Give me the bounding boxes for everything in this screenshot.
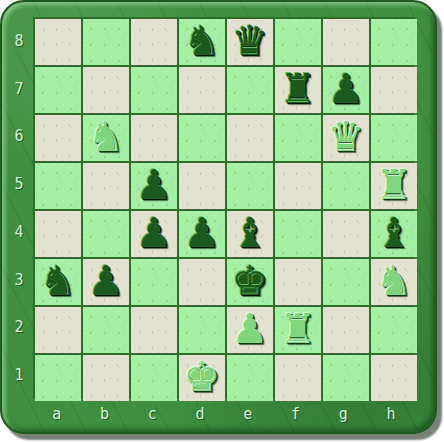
- piece-black-knight[interactable]: ♞: [40, 258, 77, 304]
- square-e5[interactable]: [227, 163, 273, 209]
- square-d6[interactable]: [179, 115, 225, 161]
- square-a4[interactable]: [35, 211, 81, 257]
- square-c2[interactable]: [131, 307, 177, 353]
- board-frame: 87654321 ♞♛♜♟♞♛♟♜♟♟♝♝♞♟♚♞♟♜♚ abcdefgh: [0, 0, 437, 434]
- square-c7[interactable]: [131, 67, 177, 113]
- piece-white-knight[interactable]: ♞: [88, 114, 125, 160]
- square-h7[interactable]: [371, 67, 417, 113]
- square-f5[interactable]: [275, 163, 321, 209]
- square-h1[interactable]: [371, 355, 417, 401]
- rank-label-6: 6: [5, 113, 33, 161]
- square-b6[interactable]: ♞: [83, 115, 129, 161]
- square-e1[interactable]: [227, 355, 273, 401]
- square-f7[interactable]: ♜: [275, 67, 321, 113]
- piece-white-pawn[interactable]: ♟: [232, 306, 269, 352]
- square-b4[interactable]: [83, 211, 129, 257]
- piece-black-pawn[interactable]: ♟: [136, 210, 173, 256]
- square-f6[interactable]: [275, 115, 321, 161]
- square-e3[interactable]: ♚: [227, 259, 273, 305]
- file-label-h: h: [367, 400, 415, 428]
- square-f1[interactable]: [275, 355, 321, 401]
- rank-label-1: 1: [5, 351, 33, 399]
- square-c8[interactable]: [131, 19, 177, 65]
- square-g1[interactable]: [323, 355, 369, 401]
- file-label-b: b: [81, 400, 129, 428]
- rank-label-3: 3: [5, 256, 33, 304]
- piece-black-pawn[interactable]: ♟: [88, 258, 125, 304]
- square-h8[interactable]: [371, 19, 417, 65]
- rank-label-7: 7: [5, 65, 33, 113]
- square-c3[interactable]: [131, 259, 177, 305]
- square-b3[interactable]: ♟: [83, 259, 129, 305]
- piece-black-pawn[interactable]: ♟: [184, 210, 221, 256]
- rank-label-5: 5: [5, 160, 33, 208]
- square-d4[interactable]: ♟: [179, 211, 225, 257]
- piece-black-bishop[interactable]: ♝: [232, 210, 269, 256]
- rank-labels: 87654321: [5, 17, 33, 399]
- square-b8[interactable]: [83, 19, 129, 65]
- piece-white-rook[interactable]: ♜: [376, 162, 413, 208]
- square-d5[interactable]: [179, 163, 225, 209]
- square-d2[interactable]: [179, 307, 225, 353]
- rank-label-8: 8: [5, 17, 33, 65]
- square-h4[interactable]: ♝: [371, 211, 417, 257]
- square-h3[interactable]: ♞: [371, 259, 417, 305]
- file-label-a: a: [33, 400, 81, 428]
- square-c1[interactable]: [131, 355, 177, 401]
- file-label-e: e: [224, 400, 272, 428]
- piece-black-bishop[interactable]: ♝: [376, 210, 413, 256]
- piece-black-knight[interactable]: ♞: [184, 18, 221, 64]
- square-a8[interactable]: [35, 19, 81, 65]
- file-labels: abcdefgh: [33, 400, 415, 428]
- square-g6[interactable]: ♛: [323, 115, 369, 161]
- square-a1[interactable]: [35, 355, 81, 401]
- file-label-c: c: [129, 400, 177, 428]
- chess-board: ♞♛♜♟♞♛♟♜♟♟♝♝♞♟♚♞♟♜♚: [33, 17, 415, 399]
- square-c6[interactable]: [131, 115, 177, 161]
- square-c4[interactable]: ♟: [131, 211, 177, 257]
- square-e4[interactable]: ♝: [227, 211, 273, 257]
- piece-white-king[interactable]: ♚: [184, 354, 221, 400]
- square-g3[interactable]: [323, 259, 369, 305]
- file-label-g: g: [320, 400, 368, 428]
- square-d8[interactable]: ♞: [179, 19, 225, 65]
- square-a5[interactable]: [35, 163, 81, 209]
- square-g7[interactable]: ♟: [323, 67, 369, 113]
- piece-black-queen[interactable]: ♛: [232, 18, 269, 64]
- square-d1[interactable]: ♚: [179, 355, 225, 401]
- piece-white-queen[interactable]: ♛: [328, 114, 365, 160]
- square-h6[interactable]: [371, 115, 417, 161]
- square-c5[interactable]: ♟: [131, 163, 177, 209]
- piece-black-rook[interactable]: ♜: [280, 66, 317, 112]
- square-b7[interactable]: [83, 67, 129, 113]
- square-e6[interactable]: [227, 115, 273, 161]
- rank-label-4: 4: [5, 208, 33, 256]
- piece-white-rook[interactable]: ♜: [280, 306, 317, 352]
- square-e2[interactable]: ♟: [227, 307, 273, 353]
- square-b5[interactable]: [83, 163, 129, 209]
- square-a6[interactable]: [35, 115, 81, 161]
- square-f3[interactable]: [275, 259, 321, 305]
- square-g2[interactable]: [323, 307, 369, 353]
- square-e7[interactable]: [227, 67, 273, 113]
- square-e8[interactable]: ♛: [227, 19, 273, 65]
- file-label-f: f: [272, 400, 320, 428]
- file-label-d: d: [176, 400, 224, 428]
- square-g8[interactable]: [323, 19, 369, 65]
- square-d3[interactable]: [179, 259, 225, 305]
- square-g4[interactable]: [323, 211, 369, 257]
- rank-label-2: 2: [5, 304, 33, 352]
- square-b1[interactable]: [83, 355, 129, 401]
- square-b2[interactable]: [83, 307, 129, 353]
- square-h2[interactable]: [371, 307, 417, 353]
- piece-black-king[interactable]: ♚: [232, 258, 269, 304]
- square-a2[interactable]: [35, 307, 81, 353]
- square-h5[interactable]: ♜: [371, 163, 417, 209]
- square-a3[interactable]: ♞: [35, 259, 81, 305]
- piece-black-pawn[interactable]: ♟: [328, 66, 365, 112]
- square-d7[interactable]: [179, 67, 225, 113]
- square-a7[interactable]: [35, 67, 81, 113]
- piece-white-knight[interactable]: ♞: [376, 258, 413, 304]
- square-g5[interactable]: [323, 163, 369, 209]
- square-f4[interactable]: [275, 211, 321, 257]
- chess-app-window: 87654321 ♞♛♜♟♞♛♟♜♟♟♝♝♞♟♚♞♟♜♚ abcdefgh: [0, 0, 444, 442]
- square-f2[interactable]: ♜: [275, 307, 321, 353]
- piece-black-pawn[interactable]: ♟: [136, 162, 173, 208]
- square-f8[interactable]: [275, 19, 321, 65]
